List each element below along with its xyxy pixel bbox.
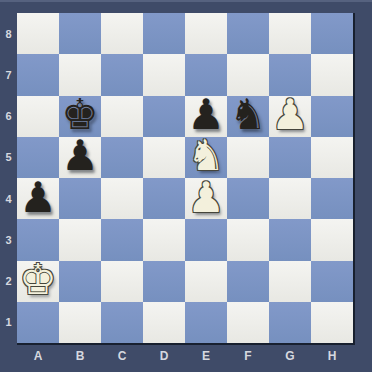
rank-labels: 87654321 — [0, 13, 17, 343]
square-c8[interactable] — [101, 13, 143, 54]
black-king[interactable]: ♚ — [59, 96, 101, 137]
rank-label-1: 1 — [0, 302, 17, 343]
square-e4[interactable]: ♟ — [185, 178, 227, 219]
black-pawn[interactable]: ♟ — [185, 96, 227, 137]
square-b1[interactable] — [59, 302, 101, 343]
square-h8[interactable] — [311, 13, 353, 54]
square-h3[interactable] — [311, 219, 353, 260]
rank-label-2: 2 — [0, 261, 17, 302]
square-a1[interactable] — [17, 302, 59, 343]
square-d1[interactable] — [143, 302, 185, 343]
square-e8[interactable] — [185, 13, 227, 54]
square-c1[interactable] — [101, 302, 143, 343]
square-h5[interactable] — [311, 137, 353, 178]
square-e6[interactable]: ♟ — [185, 96, 227, 137]
square-d5[interactable] — [143, 137, 185, 178]
square-e1[interactable] — [185, 302, 227, 343]
chess-app-window: 87654321 ♚♟♞♟♟♞♟♟♚ ABCDEFGH — [0, 0, 372, 372]
rank-label-5: 5 — [0, 137, 17, 178]
frame-highlight — [0, 0, 372, 2]
square-b6[interactable]: ♚ — [59, 96, 101, 137]
square-b8[interactable] — [59, 13, 101, 54]
file-label-a: A — [17, 345, 59, 370]
square-g5[interactable] — [269, 137, 311, 178]
square-b2[interactable] — [59, 261, 101, 302]
square-h1[interactable] — [311, 302, 353, 343]
square-c3[interactable] — [101, 219, 143, 260]
square-g4[interactable] — [269, 178, 311, 219]
black-pawn[interactable]: ♟ — [59, 137, 101, 178]
rank-label-3: 3 — [0, 219, 17, 260]
square-e3[interactable] — [185, 219, 227, 260]
square-g7[interactable] — [269, 54, 311, 95]
square-f7[interactable] — [227, 54, 269, 95]
file-label-c: C — [101, 345, 143, 370]
square-f8[interactable] — [227, 13, 269, 54]
square-f6[interactable]: ♞ — [227, 96, 269, 137]
file-label-g: G — [269, 345, 311, 370]
square-a3[interactable] — [17, 219, 59, 260]
square-c7[interactable] — [101, 54, 143, 95]
square-c4[interactable] — [101, 178, 143, 219]
black-knight[interactable]: ♞ — [227, 96, 269, 137]
square-d3[interactable] — [143, 219, 185, 260]
rank-label-7: 7 — [0, 54, 17, 95]
square-e2[interactable] — [185, 261, 227, 302]
square-g6[interactable]: ♟ — [269, 96, 311, 137]
black-pawn[interactable]: ♟ — [17, 178, 59, 219]
square-f1[interactable] — [227, 302, 269, 343]
square-h2[interactable] — [311, 261, 353, 302]
square-g1[interactable] — [269, 302, 311, 343]
square-a4[interactable]: ♟ — [17, 178, 59, 219]
white-pawn[interactable]: ♟ — [185, 178, 227, 219]
square-d4[interactable] — [143, 178, 185, 219]
white-pawn[interactable]: ♟ — [269, 96, 311, 137]
square-e5[interactable]: ♞ — [185, 137, 227, 178]
file-label-f: F — [227, 345, 269, 370]
chess-board[interactable]: ♚♟♞♟♟♞♟♟♚ — [17, 13, 355, 345]
square-g8[interactable] — [269, 13, 311, 54]
file-label-d: D — [143, 345, 185, 370]
square-d2[interactable] — [143, 261, 185, 302]
square-e7[interactable] — [185, 54, 227, 95]
square-b4[interactable] — [59, 178, 101, 219]
square-d8[interactable] — [143, 13, 185, 54]
file-label-h: H — [311, 345, 353, 370]
white-knight[interactable]: ♞ — [185, 137, 227, 178]
square-b5[interactable]: ♟ — [59, 137, 101, 178]
file-label-e: E — [185, 345, 227, 370]
square-d6[interactable] — [143, 96, 185, 137]
square-h7[interactable] — [311, 54, 353, 95]
square-c6[interactable] — [101, 96, 143, 137]
square-b7[interactable] — [59, 54, 101, 95]
square-b3[interactable] — [59, 219, 101, 260]
file-labels: ABCDEFGH — [17, 345, 353, 370]
rank-label-6: 6 — [0, 96, 17, 137]
square-f4[interactable] — [227, 178, 269, 219]
rank-label-4: 4 — [0, 178, 17, 219]
square-a7[interactable] — [17, 54, 59, 95]
square-a6[interactable] — [17, 96, 59, 137]
square-f3[interactable] — [227, 219, 269, 260]
square-d7[interactable] — [143, 54, 185, 95]
square-c5[interactable] — [101, 137, 143, 178]
file-label-b: B — [59, 345, 101, 370]
square-h4[interactable] — [311, 178, 353, 219]
square-f5[interactable] — [227, 137, 269, 178]
rank-label-8: 8 — [0, 13, 17, 54]
square-a5[interactable] — [17, 137, 59, 178]
square-g3[interactable] — [269, 219, 311, 260]
square-a2[interactable]: ♚ — [17, 261, 59, 302]
white-king[interactable]: ♚ — [17, 261, 59, 302]
square-h6[interactable] — [311, 96, 353, 137]
square-a8[interactable] — [17, 13, 59, 54]
square-g2[interactable] — [269, 261, 311, 302]
square-c2[interactable] — [101, 261, 143, 302]
square-f2[interactable] — [227, 261, 269, 302]
